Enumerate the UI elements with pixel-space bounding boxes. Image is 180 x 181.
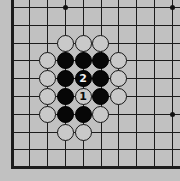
white-stone (39, 52, 56, 69)
black-stone (92, 88, 109, 105)
go-diagram: 21 (0, 0, 180, 181)
white-stone-move-1: 1 (75, 88, 92, 105)
black-stone (75, 52, 92, 69)
white-stone (92, 35, 109, 52)
white-stone (57, 35, 74, 52)
black-stone (57, 106, 74, 123)
stones-layer: 21 (3, 0, 180, 177)
black-stone (57, 70, 74, 87)
black-stone (75, 106, 92, 123)
white-stone (110, 88, 127, 105)
white-stone (57, 124, 74, 141)
white-stone (92, 106, 109, 123)
white-stone (39, 70, 56, 87)
white-stone (75, 124, 92, 141)
white-stone (39, 106, 56, 123)
move-number: 1 (79, 90, 87, 101)
black-stone (92, 52, 109, 69)
white-stone (110, 52, 127, 69)
black-stone (57, 52, 74, 69)
move-number: 2 (79, 73, 87, 84)
black-stone (57, 88, 74, 105)
black-stone (92, 70, 109, 87)
black-stone-move-2: 2 (75, 70, 92, 87)
white-stone (110, 70, 127, 87)
white-stone (75, 35, 92, 52)
white-stone (39, 88, 56, 105)
